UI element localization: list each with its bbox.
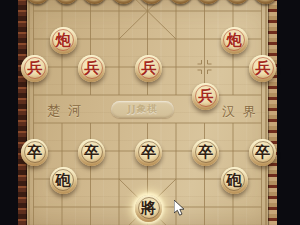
piece-black-soldier-c6[interactable]: 卒	[78, 139, 105, 166]
piece-character: 兵	[198, 89, 213, 104]
piece-black-soldier-a6[interactable]: 卒	[21, 139, 48, 166]
piece-character: 兵	[141, 61, 156, 76]
piece-black-soldier-i6[interactable]: 卒	[249, 139, 276, 166]
piece-character: 炮	[227, 33, 242, 48]
mouse-cursor	[174, 200, 186, 217]
piece-character: 卒	[255, 145, 270, 160]
piece-character: 砲	[56, 173, 71, 188]
piece-character: 卒	[198, 145, 213, 160]
piece-character: 卒	[27, 145, 42, 160]
game-screen: 楚河 JJ象棋 汉界 炮炮兵兵兵兵兵卒卒卒卒卒砲砲將	[0, 0, 300, 225]
river-label-chu-he: 楚河	[47, 102, 89, 120]
piece-character: 兵	[255, 61, 270, 76]
piece-character: 卒	[141, 145, 156, 160]
piece-red-soldier-g4[interactable]: 兵	[192, 83, 219, 110]
piece-black-soldier-g6[interactable]: 卒	[192, 139, 219, 166]
piece-red-cannon-h2[interactable]: 炮	[221, 27, 248, 54]
river-label-han-jie: 汉界	[222, 103, 264, 121]
piece-character: 砲	[227, 173, 242, 188]
board-left-frame	[18, 0, 27, 225]
piece-red-soldier-c3[interactable]: 兵	[78, 55, 105, 82]
piece-character: 卒	[84, 145, 99, 160]
piece-red-soldier-a3[interactable]: 兵	[21, 55, 48, 82]
board-right-frame	[268, 0, 277, 225]
app-logo-text: JJ象棋	[127, 103, 157, 116]
piece-red-soldier-e3[interactable]: 兵	[135, 55, 162, 82]
app-logo-pill: JJ象棋	[111, 101, 174, 118]
piece-red-cannon-b2[interactable]: 炮	[50, 27, 77, 54]
piece-character: 兵	[27, 61, 42, 76]
piece-black-soldier-e6[interactable]: 卒	[135, 139, 162, 166]
piece-black-general-e8[interactable]: 將	[135, 195, 162, 222]
piece-character: 兵	[84, 61, 99, 76]
piece-red-soldier-i3[interactable]: 兵	[249, 55, 276, 82]
piece-character: 將	[141, 201, 156, 216]
piece-character: 炮	[56, 33, 71, 48]
piece-black-cannon-h7[interactable]: 砲	[221, 167, 248, 194]
piece-black-cannon-b7[interactable]: 砲	[50, 167, 77, 194]
